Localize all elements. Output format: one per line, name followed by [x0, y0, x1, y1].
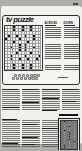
answer-circle[interactable]: [22, 74, 25, 77]
scan-background: { "game": "crossword", "page": { "title"…: [0, 0, 82, 150]
bold-header-bar: [2, 89, 18, 91]
answer-circle[interactable]: [24, 77, 27, 80]
answer-circle[interactable]: [20, 77, 23, 80]
crossword-grid[interactable]: [4, 25, 43, 71]
down-header: DOWN: [64, 22, 75, 26]
bold-header-bar: [62, 101, 76, 103]
answer-circle[interactable]: [33, 74, 36, 77]
bold-header-bar: [2, 107, 19, 109]
answer-circle[interactable]: [35, 77, 38, 80]
solution-grid: [60, 120, 78, 150]
puzzle-panel: tv puzzle ACROSS DOWN: [2, 15, 80, 85]
answer-circles: [14, 74, 41, 81]
grid-cell[interactable]: [39, 67, 42, 70]
answer-circle[interactable]: [28, 77, 31, 80]
copyright-line: [58, 77, 68, 78]
circle-row: [14, 74, 41, 77]
answer-circle[interactable]: [30, 74, 33, 77]
bold-header-bar: [2, 143, 18, 145]
down-clues: DOWN: [64, 22, 81, 71]
across-clues: ACROSS: [45, 22, 62, 71]
answer-circle[interactable]: [31, 77, 34, 80]
bold-header-bar: [42, 98, 59, 100]
bold-header-bar: [42, 89, 58, 91]
across-header: ACROSS: [45, 22, 56, 26]
bold-header-bar: [62, 89, 78, 91]
grid-cell: [76, 147, 77, 149]
across-clue-lines: [45, 27, 61, 71]
answer-circle[interactable]: [14, 74, 17, 77]
answer-circle[interactable]: [16, 77, 19, 80]
bold-header-bar: [22, 102, 39, 104]
bold-header-bar: [22, 137, 38, 139]
down-clue-lines: [64, 27, 80, 71]
answer-circle[interactable]: [26, 74, 29, 77]
answer-circle[interactable]: [37, 74, 40, 77]
page-number-mark: [73, 3, 78, 5]
bold-header-bar: [22, 89, 38, 91]
answer-circle[interactable]: [12, 77, 15, 80]
circle-row: [12, 77, 41, 80]
answer-circle[interactable]: [18, 74, 21, 77]
magazine-page: tv puzzle ACROSS DOWN: [1, 6, 82, 145]
bold-header-bar: [22, 144, 35, 146]
listing-column-1: [2, 89, 20, 147]
bold-header-bar: [42, 110, 57, 112]
bold-header-bar: [2, 119, 17, 121]
bold-header-bar: [42, 128, 58, 130]
solution-header: [59, 114, 78, 116]
solution-box: [58, 118, 81, 151]
bold-header-bar: [22, 124, 37, 126]
